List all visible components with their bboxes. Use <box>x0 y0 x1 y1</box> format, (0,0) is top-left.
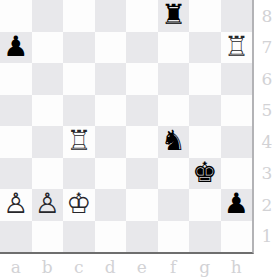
square-c2[interactable]: ♔ <box>63 189 95 221</box>
square-d1[interactable] <box>95 221 127 253</box>
square-b3[interactable] <box>32 158 64 190</box>
square-c8[interactable] <box>63 0 95 32</box>
rank-label-2: 2 <box>254 189 280 221</box>
square-h6[interactable] <box>221 63 253 95</box>
square-d3[interactable] <box>95 158 127 190</box>
square-e7[interactable] <box>126 32 158 64</box>
square-a8[interactable] <box>0 0 32 32</box>
square-f1[interactable] <box>158 221 190 253</box>
square-c7[interactable] <box>63 32 95 64</box>
file-label-g: g <box>189 254 221 280</box>
square-e6[interactable] <box>126 63 158 95</box>
file-label-e: e <box>126 254 158 280</box>
square-h3[interactable] <box>221 158 253 190</box>
file-label-f: f <box>158 254 190 280</box>
rank-label-1: 1 <box>254 221 280 253</box>
square-d4[interactable] <box>95 126 127 158</box>
square-h4[interactable] <box>221 126 253 158</box>
white-rook: ♖ <box>66 125 91 157</box>
rank-label-7: 7 <box>254 32 280 64</box>
square-d2[interactable] <box>95 189 127 221</box>
square-g3[interactable]: ♚ <box>189 158 221 190</box>
chess-board: ♜♟♖♖♞♚♙♙♔♟ <box>0 0 254 254</box>
file-labels: abcdefgh <box>0 254 252 280</box>
white-king: ♔ <box>66 188 91 220</box>
square-e3[interactable] <box>126 158 158 190</box>
file-label-a: a <box>0 254 32 280</box>
rank-label-8: 8 <box>254 0 280 32</box>
square-g6[interactable] <box>189 63 221 95</box>
square-g7[interactable] <box>189 32 221 64</box>
square-a6[interactable] <box>0 63 32 95</box>
square-h8[interactable] <box>221 0 253 32</box>
square-e5[interactable] <box>126 95 158 127</box>
square-b7[interactable] <box>32 32 64 64</box>
square-c6[interactable] <box>63 63 95 95</box>
rank-label-4: 4 <box>254 126 280 158</box>
file-label-c: c <box>63 254 95 280</box>
chess-diagram: ♜♟♖♖♞♚♙♙♔♟ 87654321 abcdefgh <box>0 0 280 280</box>
file-label-b: b <box>32 254 64 280</box>
square-b2[interactable]: ♙ <box>32 189 64 221</box>
square-c4[interactable]: ♖ <box>63 126 95 158</box>
square-d7[interactable] <box>95 32 127 64</box>
square-f2[interactable] <box>158 189 190 221</box>
file-label-h: h <box>221 254 253 280</box>
black-king: ♚ <box>192 157 217 189</box>
square-d6[interactable] <box>95 63 127 95</box>
square-a5[interactable] <box>0 95 32 127</box>
square-g1[interactable] <box>189 221 221 253</box>
file-label-d: d <box>95 254 127 280</box>
square-e2[interactable] <box>126 189 158 221</box>
rank-label-5: 5 <box>254 95 280 127</box>
square-c5[interactable] <box>63 95 95 127</box>
white-rook: ♖ <box>224 31 249 63</box>
square-h2[interactable]: ♟ <box>221 189 253 221</box>
white-pawn: ♙ <box>35 188 60 220</box>
square-f8[interactable]: ♜ <box>158 0 190 32</box>
black-pawn: ♟ <box>224 188 249 220</box>
square-b8[interactable] <box>32 0 64 32</box>
square-h5[interactable] <box>221 95 253 127</box>
white-pawn: ♙ <box>3 188 28 220</box>
square-g4[interactable] <box>189 126 221 158</box>
square-f5[interactable] <box>158 95 190 127</box>
black-rook: ♜ <box>161 0 186 31</box>
rank-labels: 87654321 <box>254 0 280 252</box>
square-b1[interactable] <box>32 221 64 253</box>
rank-label-6: 6 <box>254 63 280 95</box>
black-knight: ♞ <box>161 125 186 157</box>
square-e1[interactable] <box>126 221 158 253</box>
square-g2[interactable] <box>189 189 221 221</box>
rank-label-3: 3 <box>254 158 280 190</box>
square-b5[interactable] <box>32 95 64 127</box>
square-e8[interactable] <box>126 0 158 32</box>
square-a4[interactable] <box>0 126 32 158</box>
square-a2[interactable]: ♙ <box>0 189 32 221</box>
square-b6[interactable] <box>32 63 64 95</box>
square-e4[interactable] <box>126 126 158 158</box>
square-h7[interactable]: ♖ <box>221 32 253 64</box>
square-c3[interactable] <box>63 158 95 190</box>
square-d8[interactable] <box>95 0 127 32</box>
black-pawn: ♟ <box>3 31 28 63</box>
square-b4[interactable] <box>32 126 64 158</box>
square-d5[interactable] <box>95 95 127 127</box>
square-f7[interactable] <box>158 32 190 64</box>
square-g8[interactable] <box>189 0 221 32</box>
square-f4[interactable]: ♞ <box>158 126 190 158</box>
square-g5[interactable] <box>189 95 221 127</box>
square-c1[interactable] <box>63 221 95 253</box>
square-a3[interactable] <box>0 158 32 190</box>
square-h1[interactable] <box>221 221 253 253</box>
square-f6[interactable] <box>158 63 190 95</box>
square-f3[interactable] <box>158 158 190 190</box>
square-a7[interactable]: ♟ <box>0 32 32 64</box>
square-a1[interactable] <box>0 221 32 253</box>
